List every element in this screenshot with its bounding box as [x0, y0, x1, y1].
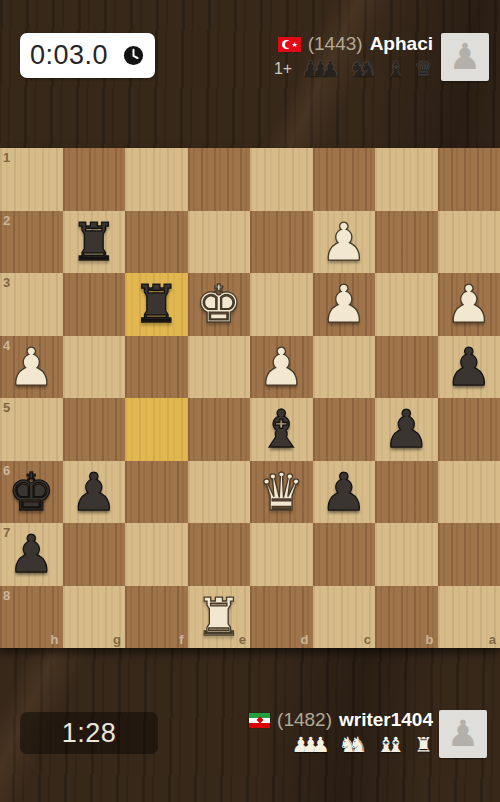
rank-label: 3 — [3, 275, 10, 290]
square-d1[interactable] — [250, 148, 313, 211]
square-b4[interactable] — [375, 336, 438, 399]
rank-label: 7 — [3, 525, 10, 540]
square-a1[interactable] — [438, 148, 500, 211]
square-a8[interactable]: a — [438, 586, 500, 649]
square-b8[interactable]: b — [375, 586, 438, 649]
square-f8[interactable]: f — [125, 586, 188, 649]
square-d6[interactable]: ♛ — [250, 461, 313, 524]
player-rating: (1482) — [277, 709, 332, 731]
pawn-avatar-icon: ♟ — [447, 716, 479, 752]
white-queen-piece: ♛ — [258, 461, 305, 523]
file-label: h — [51, 632, 59, 647]
square-h6[interactable]: ♚6 — [0, 461, 63, 524]
file-label: b — [426, 632, 434, 647]
captured-piece-icon: ♞ — [349, 734, 368, 756]
square-g2[interactable]: ♜ — [63, 211, 126, 274]
captured-pawns: ♟♟♟ — [291, 734, 329, 756]
black-pawn-piece: ♟ — [320, 461, 367, 523]
square-e6[interactable] — [188, 461, 251, 524]
rank-label: 1 — [3, 150, 10, 165]
square-a6[interactable] — [438, 461, 500, 524]
square-b3[interactable] — [375, 273, 438, 336]
white-pawn-piece: ♟ — [320, 211, 367, 273]
square-f1[interactable] — [125, 148, 188, 211]
square-h1[interactable]: 1 — [0, 148, 63, 211]
square-d2[interactable] — [250, 211, 313, 274]
square-a4[interactable]: ♟ — [438, 336, 500, 399]
file-label: f — [179, 632, 183, 647]
player-name: writer1404 — [339, 709, 433, 731]
square-f6[interactable] — [125, 461, 188, 524]
time-control: 1+ — [274, 60, 292, 78]
square-g1[interactable] — [63, 148, 126, 211]
file-label: d — [301, 632, 309, 647]
captured-piece-icon: ♟ — [321, 58, 340, 80]
black-pawn-piece: ♟ — [70, 461, 117, 523]
square-f7[interactable] — [125, 523, 188, 586]
square-c3[interactable]: ♟ — [313, 273, 376, 336]
square-e3[interactable]: ♚ — [188, 273, 251, 336]
black-pawn-piece: ♟ — [445, 336, 492, 398]
opponent-rating: (1443) — [308, 33, 363, 55]
square-g8[interactable]: g — [63, 586, 126, 649]
rank-label: 6 — [3, 463, 10, 478]
square-a3[interactable]: ♟ — [438, 273, 500, 336]
player-info[interactable]: (1482) writer1404 ♟♟♟♞♞♝♝♜ — [73, 709, 433, 757]
square-e4[interactable] — [188, 336, 251, 399]
square-f4[interactable] — [125, 336, 188, 399]
rank-label: 2 — [3, 213, 10, 228]
white-pawn-piece: ♟ — [320, 273, 367, 335]
player-captured-pieces: ♟♟♟♞♞♝♝♜ — [291, 734, 433, 756]
square-a2[interactable] — [438, 211, 500, 274]
opponent-avatar[interactable]: ♟ — [441, 33, 489, 81]
chess-board[interactable]: 12♜♟3♜♚♟♟♟4♟♟5♝♟♚6♟♛♟♟78hgf♜edcba — [0, 148, 500, 648]
square-a5[interactable] — [438, 398, 500, 461]
captured-piece-icon: ♜ — [414, 734, 433, 756]
square-b5[interactable]: ♟ — [375, 398, 438, 461]
square-c8[interactable]: c — [313, 586, 376, 649]
square-b7[interactable] — [375, 523, 438, 586]
square-d5[interactable]: ♝ — [250, 398, 313, 461]
square-g4[interactable] — [63, 336, 126, 399]
captured-piece-icon: ♝ — [386, 734, 405, 756]
pawn-avatar-icon: ♟ — [449, 39, 481, 75]
captured-bishops: ♝♝ — [377, 734, 406, 756]
file-label: e — [239, 632, 246, 647]
rank-label: 4 — [3, 338, 10, 353]
iran-flag-icon — [249, 713, 270, 728]
captured-rooks: ♜ — [414, 734, 433, 756]
square-e7[interactable] — [188, 523, 251, 586]
black-king-piece: ♚ — [8, 461, 55, 523]
square-e1[interactable] — [188, 148, 251, 211]
square-d3[interactable] — [250, 273, 313, 336]
square-h3[interactable]: 3 — [0, 273, 63, 336]
square-g5[interactable] — [63, 398, 126, 461]
square-b2[interactable] — [375, 211, 438, 274]
square-d7[interactable] — [250, 523, 313, 586]
captured-pawns: ♟♟♟ — [301, 58, 339, 80]
black-pawn-piece: ♟ — [8, 523, 55, 585]
white-pawn-piece: ♟ — [8, 336, 55, 398]
square-f5[interactable] — [125, 398, 188, 461]
square-c2[interactable]: ♟ — [313, 211, 376, 274]
square-b1[interactable] — [375, 148, 438, 211]
square-h5[interactable]: 5 — [0, 398, 63, 461]
square-e5[interactable] — [188, 398, 251, 461]
square-f3[interactable]: ♜ — [125, 273, 188, 336]
player-avatar[interactable]: ♟ — [439, 710, 487, 758]
white-pawn-piece: ♟ — [445, 273, 492, 335]
white-pawn-piece: ♟ — [258, 336, 305, 398]
captured-piece-icon: ♛ — [414, 58, 433, 80]
square-e8[interactable]: ♜e — [188, 586, 251, 649]
square-d4[interactable]: ♟ — [250, 336, 313, 399]
captured-knights: ♞♞ — [349, 58, 378, 80]
rank-label: 5 — [3, 400, 10, 415]
square-e2[interactable] — [188, 211, 251, 274]
opponent-name: Aphaci — [370, 33, 433, 55]
black-rook-piece: ♜ — [70, 211, 117, 273]
captured-piece-icon: ♞ — [359, 58, 378, 80]
captured-piece-icon: ♟ — [311, 734, 330, 756]
black-pawn-piece: ♟ — [383, 398, 430, 460]
file-label: a — [489, 632, 496, 647]
file-label: g — [113, 632, 121, 647]
square-d8[interactable]: d — [250, 586, 313, 649]
square-c5[interactable] — [313, 398, 376, 461]
square-c6[interactable]: ♟ — [313, 461, 376, 524]
square-c4[interactable] — [313, 336, 376, 399]
square-c1[interactable] — [313, 148, 376, 211]
white-king-piece: ♚ — [195, 273, 242, 335]
file-label: c — [364, 632, 371, 647]
square-g7[interactable] — [63, 523, 126, 586]
black-rook-piece: ♜ — [133, 273, 180, 335]
black-bishop-piece: ♝ — [258, 398, 305, 460]
opponent-captured-pieces: ♟♟♟♞♞♝♛ — [301, 58, 433, 80]
square-h8[interactable]: 8h — [0, 586, 63, 649]
square-b6[interactable] — [375, 461, 438, 524]
opponent-info[interactable]: ★ (1443) Aphaci 1+ ♟♟♟♞♞♝♛ — [73, 33, 433, 81]
captured-piece-icon: ♝ — [386, 58, 405, 80]
square-f2[interactable] — [125, 211, 188, 274]
square-g3[interactable] — [63, 273, 126, 336]
game-screen: 0:03.0 ★ (1443) Aphaci 1+ ♟♟♟♞♞♝♛ ♟ 12♜♟… — [0, 0, 500, 802]
captured-knights: ♞♞ — [339, 734, 368, 756]
square-h7[interactable]: ♟7 — [0, 523, 63, 586]
white-rook-piece: ♜ — [195, 586, 242, 648]
captured-bishops: ♝ — [386, 58, 405, 80]
square-c7[interactable] — [313, 523, 376, 586]
square-a7[interactable] — [438, 523, 500, 586]
turkey-flag-icon: ★ — [278, 37, 301, 52]
captured-queens: ♛ — [414, 58, 433, 80]
square-g6[interactable]: ♟ — [63, 461, 126, 524]
square-h4[interactable]: ♟4 — [0, 336, 63, 399]
square-h2[interactable]: 2 — [0, 211, 63, 274]
rank-label: 8 — [3, 588, 10, 603]
